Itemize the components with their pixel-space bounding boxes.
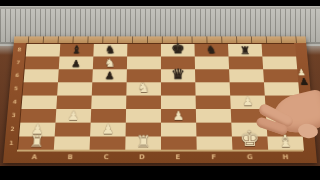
- square-a1[interactable]: ♜: [18, 136, 55, 150]
- rank-label-2: 2: [5, 122, 19, 136]
- square-e5[interactable]: [161, 82, 196, 95]
- square-a5[interactable]: [23, 82, 58, 95]
- square-h1[interactable]: ♝: [267, 136, 304, 150]
- square-f2[interactable]: [196, 123, 232, 137]
- letterbox-bottom: [0, 166, 320, 180]
- piece-white-pawn[interactable]: ♟: [102, 123, 115, 136]
- rank-label-6: 6: [10, 68, 23, 81]
- square-e3[interactable]: ♟: [161, 109, 196, 123]
- square-h5[interactable]: [264, 82, 299, 95]
- square-g6[interactable]: [229, 69, 264, 82]
- piece-black-knight[interactable]: ♞: [105, 45, 116, 56]
- square-f8[interactable]: ♞: [194, 44, 228, 57]
- square-b2[interactable]: [55, 123, 91, 137]
- rank-label-8: 8: [13, 43, 26, 56]
- file-label-e: E: [160, 152, 196, 165]
- square-b5[interactable]: [57, 82, 92, 95]
- piece-white-knight[interactable]: ♞: [104, 57, 116, 69]
- piece-white-pawn[interactable]: ♟: [242, 97, 254, 108]
- file-label-b: B: [52, 152, 89, 165]
- square-a7[interactable]: [25, 56, 60, 69]
- rank-label-7: 7: [12, 56, 25, 69]
- square-c7[interactable]: ♞: [93, 56, 127, 69]
- square-f3[interactable]: [196, 109, 231, 123]
- square-e8[interactable]: ♚: [161, 44, 195, 57]
- square-c4[interactable]: [91, 96, 126, 109]
- square-c1[interactable]: [90, 136, 126, 150]
- square-b6[interactable]: [58, 69, 93, 82]
- square-d5[interactable]: ♞: [126, 82, 161, 95]
- square-b7[interactable]: ♟: [59, 56, 94, 69]
- square-e1[interactable]: [161, 136, 197, 150]
- piece-black-queen[interactable]: ♛: [171, 67, 185, 81]
- piece-white-pawn[interactable]: ♟: [173, 110, 185, 122]
- rank-label-5: 5: [9, 81, 23, 94]
- square-e4[interactable]: [161, 96, 196, 109]
- square-h6[interactable]: [263, 69, 298, 82]
- square-b8[interactable]: ♝: [60, 44, 94, 57]
- square-a3[interactable]: [20, 109, 56, 123]
- square-g4[interactable]: ♟: [230, 96, 265, 109]
- piece-black-pawn[interactable]: ♟: [71, 59, 81, 68]
- square-b1[interactable]: [54, 136, 90, 150]
- square-f5[interactable]: [195, 82, 230, 95]
- rank-label-3: 3: [7, 108, 21, 122]
- square-a6[interactable]: [24, 69, 59, 82]
- piece-white-king[interactable]: ♚: [239, 128, 260, 149]
- board-frame: 12345678 ♝♞♚♞♜♟♞♟♛♞♟♟♟♟♟♜♜♚♝ ABCDEFGH ♟ …: [3, 36, 317, 163]
- captured-black-piece: ♟: [299, 77, 309, 87]
- board-far-edge: [14, 36, 306, 43]
- square-g7[interactable]: [229, 56, 264, 69]
- square-f7[interactable]: [195, 56, 229, 69]
- square-h7[interactable]: [262, 56, 297, 69]
- square-c5[interactable]: [92, 82, 127, 95]
- piece-white-rook[interactable]: ♜: [28, 134, 44, 150]
- square-g1[interactable]: ♚: [232, 136, 268, 150]
- piece-black-king[interactable]: ♚: [171, 42, 185, 56]
- square-d8[interactable]: [127, 44, 161, 57]
- video-frame: 12345678 ♝♞♚♞♜♟♞♟♛♞♟♟♟♟♟♜♜♚♝ ABCDEFGH ♟ …: [0, 0, 320, 180]
- piece-white-knight[interactable]: ♞: [137, 82, 150, 95]
- piece-black-rook[interactable]: ♜: [240, 45, 251, 55]
- file-label-g: G: [232, 152, 269, 165]
- chess-board[interactable]: ♝♞♚♞♜♟♞♟♛♞♟♟♟♟♟♜♜♚♝: [17, 43, 303, 150]
- square-c2[interactable]: ♟: [90, 123, 126, 137]
- file-labels: ABCDEFGH: [16, 150, 304, 165]
- piece-black-bishop[interactable]: ♝: [71, 45, 82, 56]
- file-label-h: H: [267, 152, 304, 165]
- square-h8[interactable]: [262, 44, 297, 57]
- square-g3[interactable]: [231, 109, 267, 123]
- square-a8[interactable]: [26, 44, 61, 57]
- square-d3[interactable]: [126, 109, 161, 123]
- file-label-a: A: [16, 152, 53, 165]
- file-label-d: D: [124, 152, 160, 165]
- square-f6[interactable]: [195, 69, 230, 82]
- square-a4[interactable]: [21, 96, 57, 109]
- square-c3[interactable]: [91, 109, 126, 123]
- square-h4[interactable]: [265, 96, 301, 109]
- piece-black-pawn[interactable]: ♟: [105, 71, 115, 81]
- rank-label-4: 4: [8, 95, 22, 108]
- file-label-c: C: [88, 152, 124, 165]
- square-g5[interactable]: [230, 82, 265, 95]
- square-b3[interactable]: ♟: [55, 109, 91, 123]
- square-e6[interactable]: ♛: [161, 69, 195, 82]
- square-f1[interactable]: [196, 136, 232, 150]
- piece-white-rook[interactable]: ♜: [136, 134, 151, 150]
- letterbox-top: [0, 0, 320, 6]
- file-label-f: F: [196, 152, 232, 165]
- square-g8[interactable]: ♜: [228, 44, 262, 57]
- square-d7[interactable]: [127, 56, 161, 69]
- square-f4[interactable]: [196, 96, 231, 109]
- square-e2[interactable]: [161, 123, 196, 137]
- square-d1[interactable]: ♜: [125, 136, 161, 150]
- piece-white-pawn[interactable]: ♟: [67, 110, 79, 122]
- square-h3[interactable]: [266, 109, 302, 123]
- piece-white-bishop[interactable]: ♝: [277, 133, 294, 150]
- square-b4[interactable]: [56, 96, 91, 109]
- piece-black-knight[interactable]: ♞: [206, 45, 217, 56]
- square-c6[interactable]: ♟: [92, 69, 127, 82]
- square-d4[interactable]: [126, 96, 161, 109]
- rank-label-1: 1: [4, 136, 18, 150]
